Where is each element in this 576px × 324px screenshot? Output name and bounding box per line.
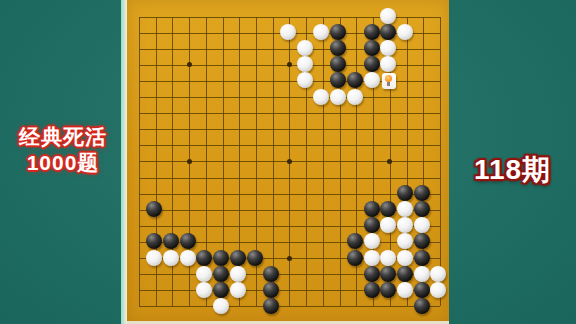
black-stone[interactable] (364, 217, 380, 233)
black-stone[interactable] (364, 282, 380, 298)
white-stone[interactable] (297, 72, 313, 88)
white-stone[interactable] (380, 56, 396, 72)
black-stone[interactable] (414, 185, 430, 201)
black-stone[interactable] (414, 201, 430, 217)
black-stone[interactable] (196, 250, 212, 266)
black-stone[interactable] (263, 298, 279, 314)
black-stone[interactable] (213, 266, 229, 282)
black-stone[interactable] (364, 266, 380, 282)
black-stone[interactable] (414, 298, 430, 314)
white-stone[interactable] (380, 250, 396, 266)
black-stone[interactable] (414, 250, 430, 266)
white-stone[interactable] (364, 250, 380, 266)
white-stone[interactable] (180, 250, 196, 266)
black-stone[interactable] (163, 233, 179, 249)
white-stone[interactable] (414, 266, 430, 282)
black-stone[interactable] (364, 56, 380, 72)
white-stone[interactable] (380, 40, 396, 56)
grid-line-vertical (440, 17, 441, 307)
black-stone[interactable] (146, 201, 162, 217)
black-stone[interactable] (397, 185, 413, 201)
black-stone[interactable] (380, 201, 396, 217)
star-point (287, 256, 292, 261)
white-stone[interactable] (364, 72, 380, 88)
black-stone[interactable] (364, 201, 380, 217)
black-stone[interactable] (330, 40, 346, 56)
black-stone[interactable] (380, 266, 396, 282)
black-stone[interactable] (414, 233, 430, 249)
black-stone[interactable] (347, 72, 363, 88)
bulb-glyph (385, 75, 392, 82)
white-stone[interactable] (364, 233, 380, 249)
go-board[interactable] (127, 0, 449, 324)
white-stone[interactable] (297, 40, 313, 56)
white-stone[interactable] (163, 250, 179, 266)
black-stone[interactable] (397, 266, 413, 282)
white-stone[interactable] (430, 266, 446, 282)
white-stone[interactable] (430, 282, 446, 298)
hint-lightbulb-icon[interactable] (382, 73, 396, 89)
series-title-line2: 1000题 (0, 150, 126, 176)
star-point (287, 159, 292, 164)
black-stone[interactable] (347, 250, 363, 266)
episode-number: 118期 (449, 152, 576, 187)
white-stone[interactable] (397, 217, 413, 233)
star-point (387, 159, 392, 164)
series-title-line1: 经典死活 (0, 124, 126, 150)
stage: 经典死活 1000题 118期 (0, 0, 576, 324)
white-stone[interactable] (397, 250, 413, 266)
black-stone[interactable] (213, 250, 229, 266)
grid-line-vertical (323, 17, 324, 307)
black-stone[interactable] (364, 24, 380, 40)
white-stone[interactable] (380, 8, 396, 24)
white-stone[interactable] (146, 250, 162, 266)
white-stone[interactable] (313, 89, 329, 105)
black-stone[interactable] (213, 282, 229, 298)
white-stone[interactable] (347, 89, 363, 105)
grid-line-horizontal (139, 306, 440, 307)
white-stone[interactable] (297, 56, 313, 72)
black-stone[interactable] (330, 24, 346, 40)
grid-line-horizontal (139, 194, 440, 195)
black-stone[interactable] (330, 72, 346, 88)
episode-number-text: 118期 (474, 154, 551, 185)
star-point (287, 62, 292, 67)
series-title: 经典死活 1000题 (0, 124, 126, 177)
white-stone[interactable] (397, 233, 413, 249)
black-stone[interactable] (263, 266, 279, 282)
black-stone[interactable] (180, 233, 196, 249)
star-point (187, 62, 192, 67)
black-stone[interactable] (330, 56, 346, 72)
white-stone[interactable] (230, 282, 246, 298)
board-left-edge (121, 0, 127, 324)
black-stone[interactable] (263, 282, 279, 298)
black-stone[interactable] (364, 40, 380, 56)
black-stone[interactable] (414, 282, 430, 298)
white-stone[interactable] (380, 217, 396, 233)
white-stone[interactable] (397, 282, 413, 298)
black-stone[interactable] (380, 24, 396, 40)
white-stone[interactable] (213, 298, 229, 314)
white-stone[interactable] (414, 217, 430, 233)
star-point (187, 159, 192, 164)
black-stone[interactable] (146, 233, 162, 249)
white-stone[interactable] (397, 201, 413, 217)
black-stone[interactable] (347, 233, 363, 249)
white-stone[interactable] (280, 24, 296, 40)
white-stone[interactable] (230, 266, 246, 282)
white-stone[interactable] (330, 89, 346, 105)
black-stone[interactable] (230, 250, 246, 266)
white-stone[interactable] (196, 266, 212, 282)
black-stone[interactable] (247, 250, 263, 266)
grid-line-horizontal (139, 178, 440, 179)
black-stone[interactable] (380, 282, 396, 298)
white-stone[interactable] (397, 24, 413, 40)
white-stone[interactable] (196, 282, 212, 298)
white-stone[interactable] (313, 24, 329, 40)
